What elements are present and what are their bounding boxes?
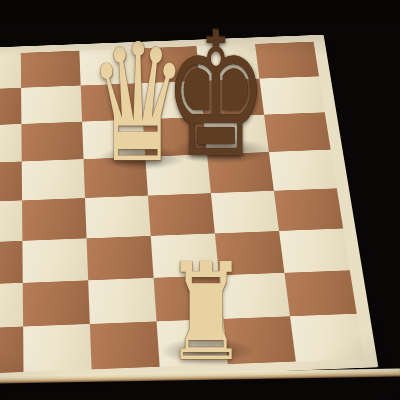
square-c8[interactable] bbox=[0, 53, 21, 90]
square-h6[interactable] bbox=[264, 112, 331, 152]
square-f4[interactable] bbox=[148, 193, 215, 236]
photo-background: ♛ ♚ ♜ bbox=[0, 0, 400, 400]
piece-black-king[interactable]: ♚ bbox=[162, 10, 271, 182]
square-h5[interactable] bbox=[269, 150, 337, 191]
square-g4[interactable] bbox=[211, 191, 279, 234]
square-c5[interactable] bbox=[0, 161, 22, 202]
square-d7[interactable] bbox=[21, 86, 82, 124]
square-c1[interactable] bbox=[0, 327, 24, 375]
square-d1[interactable] bbox=[23, 324, 91, 372]
square-c6[interactable] bbox=[0, 124, 22, 164]
square-d8[interactable] bbox=[21, 51, 81, 88]
square-h1[interactable] bbox=[290, 314, 364, 362]
square-d6[interactable] bbox=[21, 122, 83, 162]
square-d4[interactable] bbox=[22, 198, 87, 241]
square-d2[interactable] bbox=[23, 280, 90, 326]
square-h3[interactable] bbox=[279, 229, 350, 273]
square-e4[interactable] bbox=[85, 196, 151, 239]
square-d3[interactable] bbox=[22, 238, 88, 282]
square-e3[interactable] bbox=[87, 236, 154, 280]
square-c7[interactable] bbox=[0, 88, 21, 127]
square-h4[interactable] bbox=[274, 188, 343, 231]
square-e2[interactable] bbox=[88, 278, 156, 324]
piece-white-rook[interactable]: ♜ bbox=[152, 246, 261, 380]
square-h2[interactable] bbox=[284, 270, 356, 316]
square-e1[interactable] bbox=[90, 321, 160, 369]
square-d5[interactable] bbox=[22, 159, 85, 200]
square-c4[interactable] bbox=[0, 200, 22, 243]
square-c2[interactable] bbox=[0, 283, 23, 329]
square-c3[interactable] bbox=[0, 241, 23, 286]
